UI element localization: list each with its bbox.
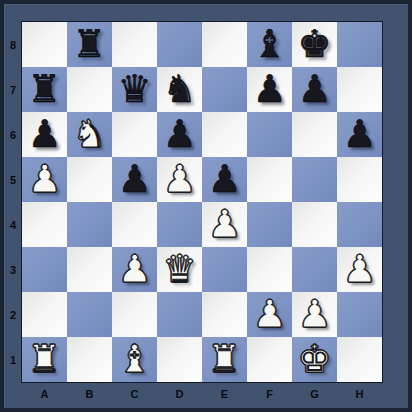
square-e5[interactable]: ♟	[202, 157, 247, 202]
piece-black-bishop: ♝	[252, 25, 286, 63]
piece-white-queen: ♛	[162, 250, 196, 288]
square-g5[interactable]	[292, 157, 337, 202]
rank-label-7: 7	[4, 67, 22, 112]
piece-white-pawn: ♟	[252, 295, 286, 333]
piece-white-king: ♚	[297, 340, 331, 378]
square-g3[interactable]	[292, 247, 337, 292]
square-a2[interactable]	[22, 292, 67, 337]
square-d2[interactable]	[157, 292, 202, 337]
piece-white-pawn: ♟	[27, 160, 61, 198]
piece-black-pawn: ♟	[342, 115, 376, 153]
square-b3[interactable]	[67, 247, 112, 292]
square-b4[interactable]	[67, 202, 112, 247]
file-label-h: H	[337, 382, 382, 406]
piece-black-pawn: ♟	[27, 115, 61, 153]
piece-white-rook: ♜	[207, 340, 241, 378]
square-h8[interactable]	[337, 22, 382, 67]
square-a3[interactable]	[22, 247, 67, 292]
square-d5[interactable]: ♟	[157, 157, 202, 202]
square-a6[interactable]: ♟	[22, 112, 67, 157]
rank-labels: 87654321	[4, 22, 22, 382]
rank-label-4: 4	[4, 202, 22, 247]
square-g7[interactable]: ♟	[292, 67, 337, 112]
square-b2[interactable]	[67, 292, 112, 337]
square-h5[interactable]	[337, 157, 382, 202]
square-g1[interactable]: ♚	[292, 337, 337, 382]
square-a1[interactable]: ♜	[22, 337, 67, 382]
square-b6[interactable]: ♞	[67, 112, 112, 157]
square-h7[interactable]	[337, 67, 382, 112]
square-c6[interactable]	[112, 112, 157, 157]
square-e1[interactable]: ♜	[202, 337, 247, 382]
piece-white-pawn: ♟	[162, 160, 196, 198]
chess-board: ♜♝♚♜♛♞♟♟♟♞♟♟♟♟♟♟♟♟♛♟♟♟♜♝♜♚	[22, 22, 382, 382]
piece-black-rook: ♜	[72, 25, 106, 63]
square-e8[interactable]	[202, 22, 247, 67]
square-b5[interactable]	[67, 157, 112, 202]
square-c8[interactable]	[112, 22, 157, 67]
square-h1[interactable]	[337, 337, 382, 382]
piece-white-pawn: ♟	[342, 250, 376, 288]
square-c4[interactable]	[112, 202, 157, 247]
square-c5[interactable]: ♟	[112, 157, 157, 202]
rank-label-2: 2	[4, 292, 22, 337]
file-label-c: C	[112, 382, 157, 406]
square-h6[interactable]: ♟	[337, 112, 382, 157]
square-f8[interactable]: ♝	[247, 22, 292, 67]
square-a4[interactable]	[22, 202, 67, 247]
square-f2[interactable]: ♟	[247, 292, 292, 337]
square-a5[interactable]: ♟	[22, 157, 67, 202]
square-e4[interactable]: ♟	[202, 202, 247, 247]
square-g6[interactable]	[292, 112, 337, 157]
rank-label-5: 5	[4, 157, 22, 202]
square-g8[interactable]: ♚	[292, 22, 337, 67]
square-f6[interactable]	[247, 112, 292, 157]
square-d6[interactable]: ♟	[157, 112, 202, 157]
square-a8[interactable]	[22, 22, 67, 67]
square-f5[interactable]	[247, 157, 292, 202]
piece-white-pawn: ♟	[207, 205, 241, 243]
square-d8[interactable]	[157, 22, 202, 67]
square-e7[interactable]	[202, 67, 247, 112]
square-e3[interactable]	[202, 247, 247, 292]
square-d7[interactable]: ♞	[157, 67, 202, 112]
square-h3[interactable]: ♟	[337, 247, 382, 292]
piece-black-queen: ♛	[117, 70, 151, 108]
square-f3[interactable]	[247, 247, 292, 292]
piece-black-pawn: ♟	[207, 160, 241, 198]
file-labels: ABCDEFGH	[22, 382, 382, 406]
square-c2[interactable]	[112, 292, 157, 337]
square-c7[interactable]: ♛	[112, 67, 157, 112]
file-label-f: F	[247, 382, 292, 406]
file-label-g: G	[292, 382, 337, 406]
piece-black-pawn: ♟	[297, 70, 331, 108]
square-h2[interactable]	[337, 292, 382, 337]
piece-white-bishop: ♝	[117, 340, 151, 378]
piece-black-knight: ♞	[162, 70, 196, 108]
square-c1[interactable]: ♝	[112, 337, 157, 382]
piece-white-knight: ♞	[72, 115, 106, 153]
chess-board-diagram: 87654321 ABCDEFGH ♜♝♚♜♛♞♟♟♟♞♟♟♟♟♟♟♟♟♛♟♟♟…	[0, 0, 412, 412]
square-c3[interactable]: ♟	[112, 247, 157, 292]
square-g2[interactable]: ♟	[292, 292, 337, 337]
square-g4[interactable]	[292, 202, 337, 247]
square-b7[interactable]	[67, 67, 112, 112]
square-f4[interactable]	[247, 202, 292, 247]
square-b8[interactable]: ♜	[67, 22, 112, 67]
square-f7[interactable]: ♟	[247, 67, 292, 112]
file-label-b: B	[67, 382, 112, 406]
piece-black-king: ♚	[297, 25, 331, 63]
piece-white-pawn: ♟	[117, 250, 151, 288]
square-f1[interactable]	[247, 337, 292, 382]
square-d3[interactable]: ♛	[157, 247, 202, 292]
piece-black-pawn: ♟	[252, 70, 286, 108]
piece-black-rook: ♜	[27, 70, 61, 108]
rank-label-3: 3	[4, 247, 22, 292]
square-e2[interactable]	[202, 292, 247, 337]
square-d4[interactable]	[157, 202, 202, 247]
file-label-d: D	[157, 382, 202, 406]
piece-black-pawn: ♟	[117, 160, 151, 198]
square-a7[interactable]: ♜	[22, 67, 67, 112]
file-label-a: A	[22, 382, 67, 406]
file-label-e: E	[202, 382, 247, 406]
rank-label-6: 6	[4, 112, 22, 157]
piece-black-pawn: ♟	[162, 115, 196, 153]
piece-white-pawn: ♟	[297, 295, 331, 333]
square-e6[interactable]	[202, 112, 247, 157]
piece-white-rook: ♜	[27, 340, 61, 378]
square-h4[interactable]	[337, 202, 382, 247]
rank-label-1: 1	[4, 337, 22, 382]
rank-label-8: 8	[4, 22, 22, 67]
square-b1[interactable]	[67, 337, 112, 382]
square-d1[interactable]	[157, 337, 202, 382]
